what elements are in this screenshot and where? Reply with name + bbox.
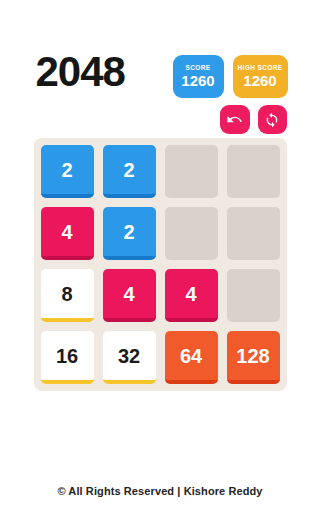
empty-cell: [227, 269, 280, 322]
tile-64: 64: [165, 331, 218, 384]
game-board[interactable]: 2242844163264128: [34, 138, 287, 391]
app-window: 2048 SCORE 1260 HIGH SCORE 1260 22428441…: [26, 0, 295, 512]
tile-2: 2: [41, 145, 94, 198]
tile-2: 2: [103, 145, 156, 198]
empty-cell: [227, 145, 280, 198]
score-label: SCORE: [185, 64, 210, 71]
highscore-value: 1260: [243, 72, 276, 89]
refresh-sync-icon: [264, 112, 280, 128]
highscore-label: HIGH SCORE: [237, 64, 282, 71]
tile-4: 4: [165, 269, 218, 322]
empty-cell: [165, 145, 218, 198]
tile-32: 32: [103, 331, 156, 384]
undo-arrow-icon: [226, 111, 243, 128]
empty-cell: [165, 207, 218, 260]
tile-2: 2: [103, 207, 156, 260]
score-box: SCORE 1260: [173, 55, 224, 98]
score-value: 1260: [181, 72, 214, 89]
tile-16: 16: [41, 331, 94, 384]
footer-copyright: © All Rights Reserved | Kishore Reddy: [26, 485, 295, 497]
highscore-box: HIGH SCORE 1260: [233, 55, 288, 98]
undo-button[interactable]: [220, 105, 250, 134]
tile-128: 128: [227, 331, 280, 384]
empty-cell: [227, 207, 280, 260]
refresh-button[interactable]: [258, 105, 287, 134]
game-title: 2048: [36, 48, 125, 96]
tile-4: 4: [41, 207, 94, 260]
tile-8: 8: [41, 269, 94, 322]
tile-4: 4: [103, 269, 156, 322]
